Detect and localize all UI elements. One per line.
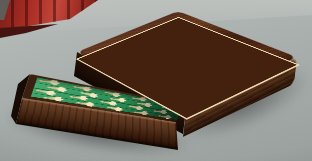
travel-chess-set-photo	[0, 0, 312, 161]
